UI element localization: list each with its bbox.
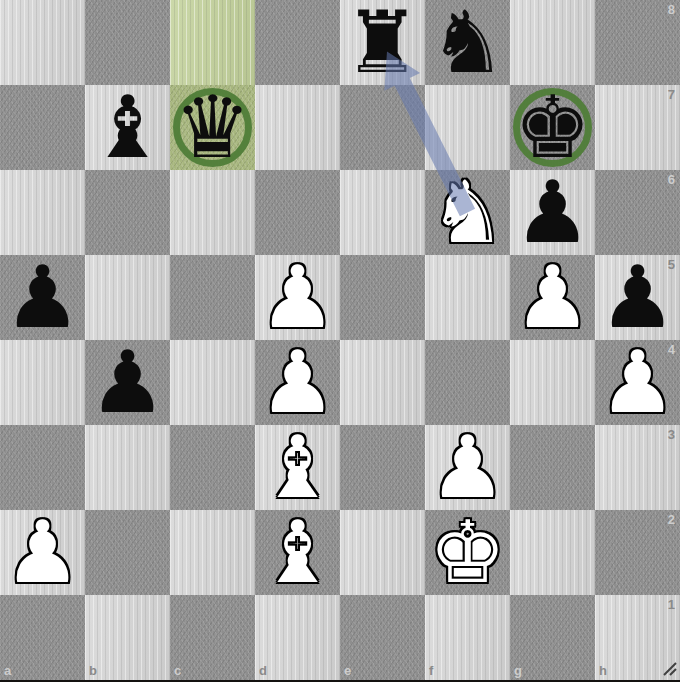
square-c4[interactable]: [170, 340, 255, 425]
file-label-a: a: [4, 663, 11, 678]
piece-black-pawn-h5[interactable]: ♟: [595, 255, 680, 340]
square-d6[interactable]: [255, 170, 340, 255]
square-b2[interactable]: [85, 510, 170, 595]
square-h8[interactable]: 8: [595, 0, 680, 85]
square-e3[interactable]: [340, 425, 425, 510]
square-g1[interactable]: g: [510, 595, 595, 680]
piece-black-pawn-g6[interactable]: ♟: [510, 170, 595, 255]
square-h5[interactable]: 5♟: [595, 255, 680, 340]
square-a3[interactable]: [0, 425, 85, 510]
file-label-d: d: [259, 663, 267, 678]
piece-white-bishop-d2[interactable]: ♝: [255, 510, 340, 595]
square-g6[interactable]: ♟: [510, 170, 595, 255]
rank-label-6: 6: [668, 172, 675, 187]
rank-label-8: 8: [668, 2, 675, 17]
square-a7[interactable]: [0, 85, 85, 170]
square-e5[interactable]: [340, 255, 425, 340]
piece-black-knight-f8[interactable]: ♞: [425, 0, 510, 85]
board-resize-handle[interactable]: [661, 660, 677, 676]
square-a6[interactable]: [0, 170, 85, 255]
piece-white-pawn-d5[interactable]: ♟: [255, 255, 340, 340]
piece-white-pawn-g5[interactable]: ♟: [510, 255, 595, 340]
square-f7[interactable]: [425, 85, 510, 170]
square-c2[interactable]: [170, 510, 255, 595]
square-d8[interactable]: [255, 0, 340, 85]
piece-black-bishop-b7[interactable]: ♝: [85, 85, 170, 170]
piece-white-pawn-d4[interactable]: ♟: [255, 340, 340, 425]
square-h4[interactable]: 4♟: [595, 340, 680, 425]
square-e4[interactable]: [340, 340, 425, 425]
file-label-e: e: [344, 663, 351, 678]
square-e1[interactable]: e: [340, 595, 425, 680]
piece-black-rook-e8[interactable]: ♜: [340, 0, 425, 85]
file-label-g: g: [514, 663, 522, 678]
square-f1[interactable]: f: [425, 595, 510, 680]
square-e6[interactable]: [340, 170, 425, 255]
square-g5[interactable]: ♟: [510, 255, 595, 340]
square-b1[interactable]: b: [85, 595, 170, 680]
square-b6[interactable]: [85, 170, 170, 255]
square-h2[interactable]: 2: [595, 510, 680, 595]
square-b8[interactable]: [85, 0, 170, 85]
square-b4[interactable]: ♟: [85, 340, 170, 425]
piece-white-pawn-h4[interactable]: ♟: [595, 340, 680, 425]
piece-white-pawn-a2[interactable]: ♟: [0, 510, 85, 595]
chess-board: ♜♞8♝♛♚7♞♟6♟♟♟5♟♟♟4♟♝♟3♟♝♚2abcdefgh1: [0, 0, 680, 680]
square-c1[interactable]: c: [170, 595, 255, 680]
square-a4[interactable]: [0, 340, 85, 425]
square-g3[interactable]: [510, 425, 595, 510]
piece-black-pawn-b4[interactable]: ♟: [85, 340, 170, 425]
square-b3[interactable]: [85, 425, 170, 510]
file-label-f: f: [429, 663, 433, 678]
square-g2[interactable]: [510, 510, 595, 595]
square-d7[interactable]: [255, 85, 340, 170]
square-a5[interactable]: ♟: [0, 255, 85, 340]
square-a1[interactable]: a: [0, 595, 85, 680]
file-label-c: c: [174, 663, 181, 678]
square-d2[interactable]: ♝: [255, 510, 340, 595]
square-f3[interactable]: ♟: [425, 425, 510, 510]
square-e8[interactable]: ♜: [340, 0, 425, 85]
square-c6[interactable]: [170, 170, 255, 255]
square-b5[interactable]: [85, 255, 170, 340]
square-c3[interactable]: [170, 425, 255, 510]
square-g8[interactable]: [510, 0, 595, 85]
square-f2[interactable]: ♚: [425, 510, 510, 595]
square-a2[interactable]: ♟: [0, 510, 85, 595]
square-e7[interactable]: [340, 85, 425, 170]
square-f4[interactable]: [425, 340, 510, 425]
square-d5[interactable]: ♟: [255, 255, 340, 340]
file-label-b: b: [89, 663, 97, 678]
rank-label-2: 2: [668, 512, 675, 527]
square-f6[interactable]: ♞: [425, 170, 510, 255]
square-f8[interactable]: ♞: [425, 0, 510, 85]
piece-white-king-f2[interactable]: ♚: [425, 510, 510, 595]
piece-black-pawn-a5[interactable]: ♟: [0, 255, 85, 340]
file-label-h: h: [599, 663, 607, 678]
square-c7[interactable]: ♛: [170, 85, 255, 170]
square-a8[interactable]: [0, 0, 85, 85]
square-g7[interactable]: ♚: [510, 85, 595, 170]
square-f5[interactable]: [425, 255, 510, 340]
piece-white-knight-f6[interactable]: ♞: [425, 170, 510, 255]
piece-black-queen-c7[interactable]: ♛: [170, 85, 255, 170]
square-h7[interactable]: 7: [595, 85, 680, 170]
piece-white-bishop-d3[interactable]: ♝: [255, 425, 340, 510]
square-g4[interactable]: [510, 340, 595, 425]
square-d4[interactable]: ♟: [255, 340, 340, 425]
rank-label-7: 7: [668, 87, 675, 102]
piece-white-pawn-f3[interactable]: ♟: [425, 425, 510, 510]
square-b7[interactable]: ♝: [85, 85, 170, 170]
piece-black-king-g7[interactable]: ♚: [510, 85, 595, 170]
square-d1[interactable]: d: [255, 595, 340, 680]
square-c8[interactable]: [170, 0, 255, 85]
square-h6[interactable]: 6: [595, 170, 680, 255]
square-d3[interactable]: ♝: [255, 425, 340, 510]
square-h3[interactable]: 3: [595, 425, 680, 510]
rank-label-1: 1: [668, 597, 675, 612]
square-c5[interactable]: [170, 255, 255, 340]
square-e2[interactable]: [340, 510, 425, 595]
